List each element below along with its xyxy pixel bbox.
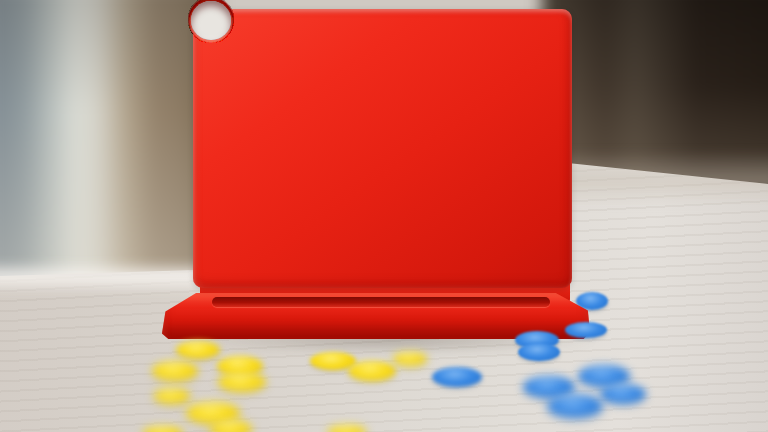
empty-hole (191, 1, 231, 40)
loose-yellow-disc-10 (348, 361, 396, 381)
photo-scene (0, 0, 768, 432)
loose-blue-disc-2 (565, 322, 607, 338)
loose-blue-disc-4 (518, 343, 560, 361)
table-horizon-fade (548, 150, 768, 206)
loose-yellow-disc-5 (154, 388, 190, 404)
loose-blue-disc-9 (547, 394, 603, 418)
table-edge-highlight (0, 260, 205, 294)
loose-yellow-disc-4 (218, 372, 266, 392)
loose-yellow-disc-7 (210, 420, 252, 432)
connect-four-board (193, 9, 572, 288)
loose-yellow-disc-3 (152, 361, 198, 381)
loose-blue-disc-8 (600, 384, 646, 404)
loose-yellow-disc-11 (393, 352, 427, 366)
loose-yellow-disc-1 (176, 341, 220, 359)
background-wall-left (0, 0, 214, 300)
board-stand-groove (212, 297, 550, 307)
hole-grid (211, 20, 552, 276)
loose-yellow-disc-12 (328, 425, 366, 432)
loose-blue-disc-5 (432, 367, 482, 387)
